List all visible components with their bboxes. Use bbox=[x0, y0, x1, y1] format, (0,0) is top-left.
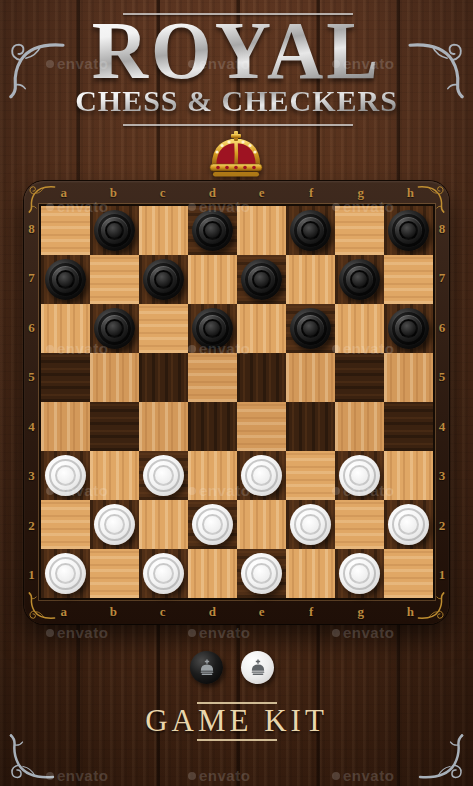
square-a3[interactable] bbox=[41, 451, 90, 500]
square-d6[interactable] bbox=[188, 304, 237, 353]
square-g5[interactable] bbox=[335, 353, 384, 402]
file-label: e bbox=[237, 181, 287, 204]
file-labels-bottom: abcdefgh bbox=[39, 600, 435, 624]
square-c1[interactable] bbox=[139, 549, 188, 598]
rank-labels-left: 87654321 bbox=[24, 204, 39, 600]
square-f5[interactable] bbox=[286, 353, 335, 402]
square-b5[interactable] bbox=[90, 353, 139, 402]
square-a8[interactable] bbox=[41, 206, 90, 255]
checker-piece-black[interactable] bbox=[339, 259, 380, 300]
rank-label: 8 bbox=[24, 204, 39, 254]
square-c4[interactable] bbox=[139, 402, 188, 451]
black-king-chip[interactable] bbox=[190, 651, 223, 684]
checker-piece-black[interactable] bbox=[94, 308, 135, 349]
checker-piece-black[interactable] bbox=[388, 308, 429, 349]
square-b2[interactable] bbox=[90, 500, 139, 549]
square-h2[interactable] bbox=[384, 500, 433, 549]
rank-label: 1 bbox=[435, 551, 449, 601]
square-b1[interactable] bbox=[90, 549, 139, 598]
square-a7[interactable] bbox=[41, 255, 90, 304]
square-a2[interactable] bbox=[41, 500, 90, 549]
square-c6[interactable] bbox=[139, 304, 188, 353]
envato-watermark: envato bbox=[46, 767, 108, 784]
file-labels-top: abcdefgh bbox=[39, 181, 435, 204]
rank-label: 5 bbox=[435, 353, 449, 403]
corner-flourish-icon bbox=[4, 732, 60, 782]
checker-piece-white[interactable] bbox=[290, 504, 331, 545]
rank-label: 3 bbox=[435, 452, 449, 502]
square-b3[interactable] bbox=[90, 451, 139, 500]
rank-label: 8 bbox=[435, 204, 449, 254]
checker-piece-white[interactable] bbox=[388, 504, 429, 545]
square-c2[interactable] bbox=[139, 500, 188, 549]
checker-piece-black[interactable] bbox=[290, 210, 331, 251]
square-e3[interactable] bbox=[237, 451, 286, 500]
checkers-board: abcdefgh abcdefgh 87654321 87654321 bbox=[24, 181, 449, 624]
poster-title: ROYAL bbox=[0, 10, 473, 92]
square-c3[interactable] bbox=[139, 451, 188, 500]
file-label: g bbox=[336, 181, 386, 204]
checker-piece-white[interactable] bbox=[192, 504, 233, 545]
square-g1[interactable] bbox=[335, 549, 384, 598]
board-grid bbox=[39, 204, 435, 600]
checker-piece-black[interactable] bbox=[192, 210, 233, 251]
rank-label: 2 bbox=[435, 501, 449, 551]
square-f4[interactable] bbox=[286, 402, 335, 451]
footer-label: GAME KIT bbox=[0, 705, 473, 736]
rank-label: 5 bbox=[24, 353, 39, 403]
square-h8[interactable] bbox=[384, 206, 433, 255]
square-e4[interactable] bbox=[237, 402, 286, 451]
crown-mark-icon bbox=[249, 659, 267, 676]
rank-label: 6 bbox=[435, 303, 449, 353]
square-g6[interactable] bbox=[335, 304, 384, 353]
square-b8[interactable] bbox=[90, 206, 139, 255]
square-f7[interactable] bbox=[286, 255, 335, 304]
checker-piece-black[interactable] bbox=[241, 259, 282, 300]
divider-line bbox=[123, 124, 353, 126]
white-king-chip[interactable] bbox=[241, 651, 274, 684]
envato-watermark: envato bbox=[188, 767, 250, 784]
rank-label: 3 bbox=[24, 452, 39, 502]
square-b4[interactable] bbox=[90, 402, 139, 451]
rank-label: 6 bbox=[24, 303, 39, 353]
checker-piece-white[interactable] bbox=[45, 455, 86, 496]
square-h4[interactable] bbox=[384, 402, 433, 451]
square-h1[interactable] bbox=[384, 549, 433, 598]
file-label: e bbox=[237, 600, 287, 624]
square-d7[interactable] bbox=[188, 255, 237, 304]
square-d2[interactable] bbox=[188, 500, 237, 549]
rank-labels-right: 87654321 bbox=[435, 204, 449, 600]
square-d3[interactable] bbox=[188, 451, 237, 500]
square-f1[interactable] bbox=[286, 549, 335, 598]
file-label: f bbox=[287, 600, 337, 624]
square-b6[interactable] bbox=[90, 304, 139, 353]
square-e5[interactable] bbox=[237, 353, 286, 402]
checker-piece-black[interactable] bbox=[143, 259, 184, 300]
envato-watermark: envato bbox=[332, 767, 394, 784]
square-f3[interactable] bbox=[286, 451, 335, 500]
square-d1[interactable] bbox=[188, 549, 237, 598]
square-e7[interactable] bbox=[237, 255, 286, 304]
rank-label: 2 bbox=[24, 501, 39, 551]
rank-label: 7 bbox=[435, 254, 449, 304]
checker-piece-white[interactable] bbox=[143, 553, 184, 594]
envato-watermark: envato bbox=[188, 624, 250, 641]
divider-line bbox=[197, 739, 277, 741]
square-d8[interactable] bbox=[188, 206, 237, 255]
square-g8[interactable] bbox=[335, 206, 384, 255]
rank-label: 7 bbox=[24, 254, 39, 304]
square-b7[interactable] bbox=[90, 255, 139, 304]
square-d5[interactable] bbox=[188, 353, 237, 402]
checker-piece-black[interactable] bbox=[192, 308, 233, 349]
file-label: d bbox=[188, 600, 238, 624]
checker-piece-black[interactable] bbox=[45, 259, 86, 300]
square-f6[interactable] bbox=[286, 304, 335, 353]
square-h6[interactable] bbox=[384, 304, 433, 353]
file-label: b bbox=[89, 181, 139, 204]
poster-subtitle: CHESS & CHECKERS bbox=[0, 86, 473, 116]
square-h7[interactable] bbox=[384, 255, 433, 304]
square-g3[interactable] bbox=[335, 451, 384, 500]
envato-watermark: envato bbox=[46, 624, 108, 641]
checker-piece-white[interactable] bbox=[339, 455, 380, 496]
square-c8[interactable] bbox=[139, 206, 188, 255]
file-label: b bbox=[89, 600, 139, 624]
square-a4[interactable] bbox=[41, 402, 90, 451]
file-label: g bbox=[336, 600, 386, 624]
square-a5[interactable] bbox=[41, 353, 90, 402]
square-a6[interactable] bbox=[41, 304, 90, 353]
checker-piece-white[interactable] bbox=[241, 553, 282, 594]
square-h3[interactable] bbox=[384, 451, 433, 500]
file-label: c bbox=[138, 181, 188, 204]
checker-piece-black[interactable] bbox=[290, 308, 331, 349]
file-label: f bbox=[287, 181, 337, 204]
checker-piece-white[interactable] bbox=[339, 553, 380, 594]
checker-piece-black[interactable] bbox=[94, 210, 135, 251]
square-a1[interactable] bbox=[41, 549, 90, 598]
checker-piece-white[interactable] bbox=[143, 455, 184, 496]
square-e2[interactable] bbox=[237, 500, 286, 549]
rank-label: 4 bbox=[435, 402, 449, 452]
square-g4[interactable] bbox=[335, 402, 384, 451]
crown-mark-icon bbox=[198, 659, 216, 676]
envato-watermark: envato bbox=[332, 624, 394, 641]
rank-label: 4 bbox=[24, 402, 39, 452]
square-c7[interactable] bbox=[139, 255, 188, 304]
square-e8[interactable] bbox=[237, 206, 286, 255]
file-label: c bbox=[138, 600, 188, 624]
square-c5[interactable] bbox=[139, 353, 188, 402]
square-d4[interactable] bbox=[188, 402, 237, 451]
checker-piece-black[interactable] bbox=[388, 210, 429, 251]
checker-piece-white[interactable] bbox=[45, 553, 86, 594]
file-label: d bbox=[188, 181, 238, 204]
royal-crown-icon bbox=[204, 130, 268, 178]
royal-chess-checkers-poster: ROYAL CHESS & CHECKERS abcdefgh abcdefgh… bbox=[0, 0, 473, 786]
square-h5[interactable] bbox=[384, 353, 433, 402]
square-g7[interactable] bbox=[335, 255, 384, 304]
square-f2[interactable] bbox=[286, 500, 335, 549]
file-label: a bbox=[39, 181, 89, 204]
file-label: a bbox=[39, 600, 89, 624]
file-label: h bbox=[386, 181, 436, 204]
checker-piece-white[interactable] bbox=[241, 455, 282, 496]
rank-label: 1 bbox=[24, 551, 39, 601]
checker-piece-white[interactable] bbox=[94, 504, 135, 545]
square-e6[interactable] bbox=[237, 304, 286, 353]
square-e1[interactable] bbox=[237, 549, 286, 598]
square-f8[interactable] bbox=[286, 206, 335, 255]
square-g2[interactable] bbox=[335, 500, 384, 549]
corner-flourish-icon bbox=[413, 732, 469, 782]
file-label: h bbox=[386, 600, 436, 624]
